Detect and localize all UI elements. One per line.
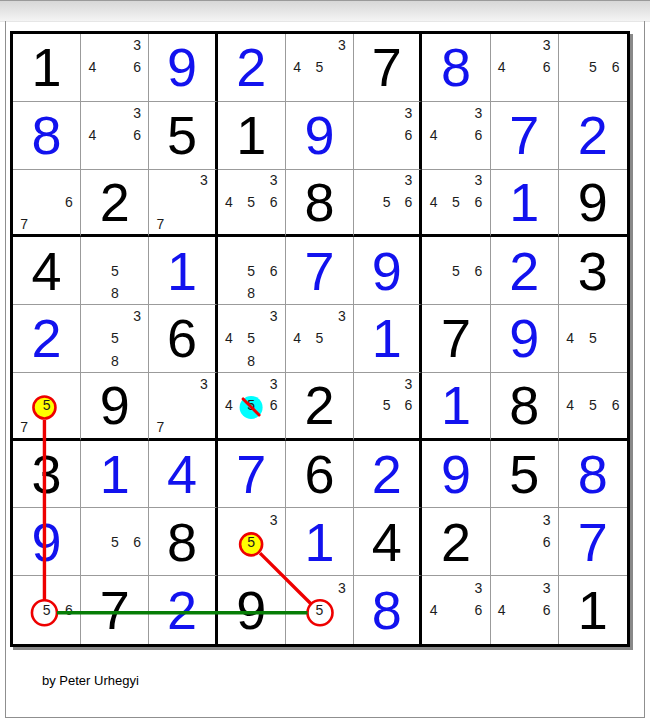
candidate-6: 6 — [535, 531, 557, 553]
cell-r9c6[interactable]: 8 — [354, 576, 422, 644]
candidate-8 — [513, 553, 535, 575]
candidate-5: 5 — [376, 394, 398, 416]
candidate-8 — [308, 350, 330, 372]
cell-r4c2[interactable]: 58 — [81, 237, 149, 305]
candidate-7 — [559, 350, 582, 372]
candidate-7 — [354, 416, 376, 438]
cell-r3c6[interactable]: 356 — [354, 170, 422, 238]
candidate-8 — [171, 416, 193, 438]
candidate-7 — [218, 282, 240, 304]
cell-r7c6[interactable]: 2 — [354, 441, 422, 509]
candidate-1 — [354, 170, 376, 192]
cell-r7c2[interactable]: 1 — [81, 441, 149, 509]
candidate-5: 5 — [104, 531, 126, 553]
given-digit: 4 — [354, 508, 419, 575]
candidate-5: 5 — [308, 599, 330, 622]
candidate-8: 8 — [104, 350, 126, 372]
cell-r6c3[interactable]: 37 — [149, 373, 217, 441]
window-titlebar — [0, 0, 650, 22]
candidate-7 — [491, 553, 513, 575]
candidate-9 — [262, 282, 284, 304]
candidate-4 — [354, 394, 376, 416]
cell-r7c7[interactable]: 9 — [422, 441, 490, 509]
candidate-9 — [467, 282, 489, 304]
candidate-6: 6 — [535, 56, 557, 78]
candidate-7: 7 — [13, 213, 35, 235]
cell-r7c9[interactable]: 8 — [559, 441, 627, 509]
candidate-5 — [35, 191, 57, 213]
candidate-6: 6 — [467, 124, 489, 146]
candidate-2 — [376, 170, 398, 192]
candidate-4: 4 — [218, 327, 240, 349]
candidate-5: 5 — [240, 191, 262, 213]
candidate-9 — [467, 213, 489, 235]
candidates: 346 — [422, 576, 489, 644]
candidate-6 — [193, 394, 215, 416]
candidate-7 — [286, 79, 308, 101]
cell-r2c8[interactable]: 7 — [491, 102, 559, 170]
candidate-1 — [81, 102, 103, 124]
cell-r8c9[interactable]: 7 — [559, 508, 627, 576]
candidate-9 — [126, 282, 148, 304]
candidates: 568 — [218, 237, 285, 304]
candidate-9 — [58, 213, 80, 235]
cell-r6c9[interactable]: 456 — [559, 373, 627, 441]
candidate-8 — [35, 621, 57, 644]
candidate-2 — [308, 305, 330, 327]
candidate-5 — [171, 394, 193, 416]
candidate-7 — [218, 553, 240, 575]
candidate-9 — [331, 350, 353, 372]
cell-r8c5[interactable]: 1 — [286, 508, 354, 576]
candidate-6: 6 — [262, 394, 284, 416]
candidate-7 — [559, 79, 582, 101]
candidate-4: 4 — [286, 327, 308, 349]
solved-digit: 8 — [354, 576, 419, 644]
candidate-4: 4 — [81, 56, 103, 78]
candidate-2 — [582, 305, 605, 327]
candidate-2 — [582, 34, 605, 56]
candidate-2 — [104, 102, 126, 124]
solved-digit: 8 — [13, 102, 80, 169]
given-digit: 9 — [559, 170, 627, 235]
cell-r5c8[interactable]: 9 — [491, 305, 559, 373]
candidate-7 — [559, 416, 582, 438]
candidate-3: 3 — [126, 102, 148, 124]
candidate-6: 6 — [58, 191, 80, 213]
candidates: 358 — [81, 305, 148, 372]
cell-r6c8[interactable]: 8 — [491, 373, 559, 441]
candidate-4 — [13, 394, 35, 416]
candidate-3: 3 — [331, 576, 353, 599]
candidate-9 — [604, 79, 627, 101]
sudoku-board: 1346923457834656834651936346726723734568… — [10, 31, 630, 647]
given-digit: 7 — [354, 34, 419, 101]
cell-r7c5[interactable]: 6 — [286, 441, 354, 509]
candidates: 56 — [81, 508, 148, 575]
cell-r9c9[interactable]: 1 — [559, 576, 627, 644]
candidate-1 — [13, 576, 35, 599]
given-digit: 2 — [422, 508, 489, 575]
cell-r8c4[interactable]: 35 — [218, 508, 286, 576]
candidate-8 — [445, 213, 467, 235]
cell-r2c2[interactable]: 346 — [81, 102, 149, 170]
candidate-1 — [149, 170, 171, 192]
candidate-1 — [354, 102, 376, 124]
cell-r8c3[interactable]: 8 — [149, 508, 217, 576]
cell-r5c5[interactable]: 345 — [286, 305, 354, 373]
cell-r5c1[interactable]: 2 — [13, 305, 81, 373]
candidate-3: 3 — [535, 576, 557, 599]
candidate-9 — [398, 213, 420, 235]
cell-r1c7[interactable]: 8 — [422, 34, 490, 102]
candidates: 346 — [491, 576, 558, 644]
cell-r5c3[interactable]: 6 — [149, 305, 217, 373]
candidate-2 — [240, 305, 262, 327]
candidates: 35 — [218, 508, 285, 575]
cell-r2c3[interactable]: 5 — [149, 102, 217, 170]
candidate-4: 4 — [286, 56, 308, 78]
candidates: 36 — [491, 508, 558, 575]
cell-r7c1[interactable]: 3 — [13, 441, 81, 509]
solved-digit: 1 — [149, 237, 214, 304]
candidates: 346 — [81, 102, 148, 169]
cell-r1c1[interactable]: 1 — [13, 34, 81, 102]
cell-r2c6[interactable]: 36 — [354, 102, 422, 170]
candidate-2 — [582, 373, 605, 395]
candidate-6 — [262, 327, 284, 349]
candidate-2 — [35, 170, 57, 192]
cell-r9c1[interactable]: 56 — [13, 576, 81, 644]
candidate-6: 6 — [604, 394, 627, 416]
cell-r5c6[interactable]: 1 — [354, 305, 422, 373]
cell-r6c4[interactable]: 3456 — [218, 373, 286, 441]
cell-r3c8[interactable]: 1 — [491, 170, 559, 238]
given-digit: 1 — [13, 34, 80, 101]
cell-r4c6[interactable]: 9 — [354, 237, 422, 305]
candidate-2 — [513, 576, 535, 599]
cell-r1c6[interactable]: 7 — [354, 34, 422, 102]
given-digit: 6 — [149, 305, 214, 372]
cell-r3c9[interactable]: 9 — [559, 170, 627, 238]
cell-r8c1[interactable]: 9 — [13, 508, 81, 576]
cell-r1c9[interactable]: 56 — [559, 34, 627, 102]
candidates: 345 — [286, 305, 353, 372]
candidate-1 — [218, 170, 240, 192]
candidate-4 — [81, 327, 103, 349]
candidate-6 — [331, 56, 353, 78]
candidate-9 — [262, 416, 284, 438]
given-digit: 3 — [559, 237, 627, 304]
candidate-3 — [604, 305, 627, 327]
given-digit: 8 — [491, 373, 558, 438]
cell-r3c7[interactable]: 3456 — [422, 170, 490, 238]
candidate-1 — [422, 170, 444, 192]
candidate-6 — [331, 327, 353, 349]
candidates: 356 — [354, 170, 419, 235]
solved-digit: 2 — [218, 34, 285, 101]
candidate-7 — [422, 213, 444, 235]
cell-r8c7[interactable]: 2 — [422, 508, 490, 576]
cell-r1c4[interactable]: 2 — [218, 34, 286, 102]
author-credit: by Peter Urhegyi — [42, 673, 139, 688]
candidate-2 — [445, 576, 467, 599]
cell-r3c1[interactable]: 67 — [13, 170, 81, 238]
candidates: 37 — [149, 170, 214, 235]
cell-r9c2[interactable]: 7 — [81, 576, 149, 644]
cell-r8c2[interactable]: 56 — [81, 508, 149, 576]
candidate-9 — [58, 621, 80, 644]
candidate-8 — [240, 416, 262, 438]
candidate-2 — [240, 508, 262, 530]
candidate-1 — [218, 237, 240, 259]
candidate-2 — [513, 508, 535, 530]
candidate-1 — [149, 373, 171, 395]
candidate-9 — [58, 416, 80, 438]
cell-r8c8[interactable]: 36 — [491, 508, 559, 576]
solved-digit: 2 — [13, 305, 80, 372]
candidate-8 — [35, 213, 57, 235]
candidate-2 — [513, 34, 535, 56]
candidate-1 — [354, 373, 376, 395]
cell-r7c4[interactable]: 7 — [218, 441, 286, 509]
cell-r5c7[interactable]: 7 — [422, 305, 490, 373]
candidate-6 — [126, 260, 148, 282]
cell-r1c5[interactable]: 345 — [286, 34, 354, 102]
cell-r9c8[interactable]: 346 — [491, 576, 559, 644]
candidate-3: 3 — [126, 305, 148, 327]
cell-r6c5[interactable]: 2 — [286, 373, 354, 441]
given-digit: 3 — [13, 441, 80, 508]
candidate-5: 5 — [582, 327, 605, 349]
candidate-6: 6 — [467, 191, 489, 213]
candidate-6: 6 — [126, 124, 148, 146]
candidate-2 — [308, 576, 330, 599]
candidate-6: 6 — [126, 531, 148, 553]
solved-digit: 9 — [13, 508, 80, 575]
candidate-6: 6 — [398, 124, 420, 146]
cell-r4c8[interactable]: 2 — [491, 237, 559, 305]
candidate-4: 4 — [422, 124, 444, 146]
solved-digit: 9 — [149, 34, 214, 101]
candidate-5: 5 — [104, 260, 126, 282]
candidate-2 — [171, 170, 193, 192]
cell-r4c3[interactable]: 1 — [149, 237, 217, 305]
cell-r5c9[interactable]: 45 — [559, 305, 627, 373]
candidate-4 — [149, 394, 171, 416]
cell-r7c8[interactable]: 5 — [491, 441, 559, 509]
candidate-1 — [81, 305, 103, 327]
candidate-3: 3 — [467, 170, 489, 192]
candidate-3 — [126, 237, 148, 259]
candidate-6 — [58, 394, 80, 416]
candidate-8 — [308, 621, 330, 644]
cell-r6c7[interactable]: 1 — [422, 373, 490, 441]
candidate-2 — [445, 102, 467, 124]
cell-r6c2[interactable]: 9 — [81, 373, 149, 441]
cell-r2c9[interactable]: 2 — [559, 102, 627, 170]
candidate-1 — [559, 305, 582, 327]
solved-digit: 1 — [81, 441, 148, 508]
candidate-6 — [262, 531, 284, 553]
candidate-3 — [126, 508, 148, 530]
cell-r2c7[interactable]: 346 — [422, 102, 490, 170]
candidate-1 — [81, 508, 103, 530]
candidate-3 — [604, 373, 627, 395]
candidate-4 — [13, 191, 35, 213]
candidate-7 — [354, 213, 376, 235]
candidate-5: 5 — [308, 327, 330, 349]
candidate-8 — [308, 79, 330, 101]
candidate-6: 6 — [262, 191, 284, 213]
candidate-2 — [104, 237, 126, 259]
candidate-7 — [81, 146, 103, 168]
candidate-1 — [422, 102, 444, 124]
candidate-4 — [149, 191, 171, 213]
candidate-5: 5 — [582, 56, 605, 78]
candidates: 37 — [149, 373, 214, 438]
cell-r4c4[interactable]: 568 — [218, 237, 286, 305]
candidates: 56 — [559, 34, 627, 101]
cell-r3c3[interactable]: 37 — [149, 170, 217, 238]
cell-r5c4[interactable]: 3458 — [218, 305, 286, 373]
cell-r2c5[interactable]: 9 — [286, 102, 354, 170]
candidate-4 — [354, 124, 376, 146]
candidates: 3458 — [218, 305, 285, 372]
solved-digit: 1 — [491, 170, 558, 235]
candidate-7 — [81, 553, 103, 575]
solved-digit: 1 — [286, 508, 353, 575]
candidate-4 — [81, 260, 103, 282]
solved-digit: 8 — [422, 34, 489, 101]
candidate-4: 4 — [491, 56, 513, 78]
solved-digit: 9 — [286, 102, 353, 169]
cell-r2c4[interactable]: 1 — [218, 102, 286, 170]
cell-r3c5[interactable]: 8 — [286, 170, 354, 238]
candidate-8 — [513, 79, 535, 101]
candidate-8 — [240, 553, 262, 575]
cell-r2c1[interactable]: 8 — [13, 102, 81, 170]
solved-digit: 7 — [218, 441, 285, 508]
cell-r1c3[interactable]: 9 — [149, 34, 217, 102]
candidate-4 — [218, 531, 240, 553]
candidate-8 — [376, 146, 398, 168]
candidate-6: 6 — [398, 394, 420, 416]
candidate-1 — [559, 373, 582, 395]
candidates: 456 — [559, 373, 627, 438]
candidate-2 — [35, 576, 57, 599]
given-digit: 5 — [491, 441, 558, 508]
candidate-8 — [376, 416, 398, 438]
candidate-5 — [104, 124, 126, 146]
candidate-6 — [604, 327, 627, 349]
candidate-7: 7 — [13, 416, 35, 438]
candidate-8 — [513, 621, 535, 644]
cell-r9c3[interactable]: 2 — [149, 576, 217, 644]
candidate-2 — [445, 170, 467, 192]
candidate-4 — [13, 599, 35, 622]
candidate-3: 3 — [193, 170, 215, 192]
solved-digit: 1 — [354, 305, 419, 372]
candidates: 67 — [13, 170, 80, 235]
cell-r5c2[interactable]: 358 — [81, 305, 149, 373]
candidate-1 — [218, 508, 240, 530]
candidate-5 — [171, 191, 193, 213]
candidate-3 — [58, 373, 80, 395]
candidate-8 — [171, 213, 193, 235]
candidate-4 — [81, 531, 103, 553]
candidates: 58 — [81, 237, 148, 304]
candidate-2 — [240, 373, 262, 395]
solved-digit: 2 — [491, 237, 558, 304]
cell-r1c2[interactable]: 346 — [81, 34, 149, 102]
cell-r4c5[interactable]: 7 — [286, 237, 354, 305]
candidates: 356 — [354, 373, 419, 438]
given-digit: 8 — [149, 508, 214, 575]
cell-r9c4[interactable]: 9 — [218, 576, 286, 644]
candidate-3: 3 — [262, 170, 284, 192]
candidate-8 — [240, 213, 262, 235]
given-digit: 4 — [13, 237, 80, 304]
candidate-3 — [58, 576, 80, 599]
candidate-3: 3 — [398, 102, 420, 124]
cell-r3c4[interactable]: 3456 — [218, 170, 286, 238]
cell-r9c5[interactable]: 35 — [286, 576, 354, 644]
candidate-6: 6 — [398, 191, 420, 213]
candidates: 3456 — [422, 170, 489, 235]
candidate-3 — [467, 237, 489, 259]
candidates: 3456 — [218, 170, 285, 235]
solved-digit: 7 — [491, 102, 558, 169]
candidate-9 — [398, 146, 420, 168]
candidate-9 — [126, 146, 148, 168]
given-digit: 9 — [81, 373, 148, 438]
cell-r9c7[interactable]: 346 — [422, 576, 490, 644]
cell-r3c2[interactable]: 2 — [81, 170, 149, 238]
candidate-4 — [354, 191, 376, 213]
cell-r6c1[interactable]: 57 — [13, 373, 81, 441]
cell-r4c1[interactable]: 4 — [13, 237, 81, 305]
cell-r8c6[interactable]: 4 — [354, 508, 422, 576]
candidate-7 — [286, 350, 308, 372]
candidate-3: 3 — [193, 373, 215, 395]
candidate-1 — [286, 34, 308, 56]
candidate-8 — [104, 146, 126, 168]
candidate-8: 8 — [240, 350, 262, 372]
cell-r1c8[interactable]: 346 — [491, 34, 559, 102]
candidate-2 — [376, 373, 398, 395]
candidate-5: 5 — [445, 260, 467, 282]
candidate-5: 5 — [104, 327, 126, 349]
cell-r6c6[interactable]: 356 — [354, 373, 422, 441]
candidate-5 — [376, 124, 398, 146]
candidate-8 — [104, 553, 126, 575]
candidate-6 — [331, 599, 353, 622]
candidate-2 — [240, 170, 262, 192]
candidate-4 — [218, 260, 240, 282]
solved-digit: 9 — [354, 237, 419, 304]
candidate-1 — [491, 34, 513, 56]
cell-r4c9[interactable]: 3 — [559, 237, 627, 305]
candidates: 345 — [286, 34, 353, 101]
cell-r7c3[interactable]: 4 — [149, 441, 217, 509]
candidate-1 — [13, 373, 35, 395]
candidate-5: 5 — [240, 260, 262, 282]
candidate-3: 3 — [262, 305, 284, 327]
cell-r4c7[interactable]: 56 — [422, 237, 490, 305]
candidate-7 — [218, 213, 240, 235]
candidate-6: 6 — [467, 260, 489, 282]
